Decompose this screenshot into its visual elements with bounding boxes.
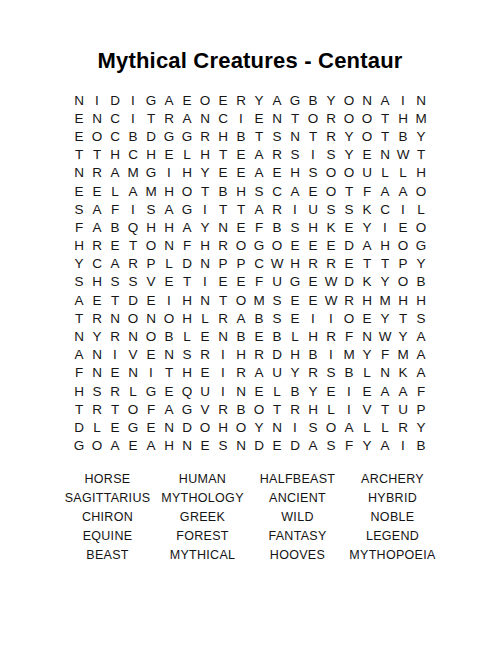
grid-cell-r2c16: O <box>340 109 358 127</box>
grid-cell-r17c17: E <box>358 382 376 400</box>
grid-cell-r4c8: H <box>196 146 214 164</box>
word-halfbeast: HALFBEAST <box>250 469 345 488</box>
grid-cell-r4c11: A <box>250 146 268 164</box>
word-hybrid: HYBRID <box>345 488 440 507</box>
grid-cell-r9c17: A <box>358 237 376 255</box>
grid-cell-r4c10: E <box>232 146 250 164</box>
grid-cell-r3c11: T <box>250 127 268 145</box>
grid-cell-r16c12: U <box>268 364 286 382</box>
grid-cell-r8c20: O <box>412 218 430 236</box>
grid-cell-r1c15: Y <box>322 91 340 109</box>
word-hooves: HOOVES <box>250 545 345 564</box>
grid-cell-r7c15: S <box>322 200 340 218</box>
grid-cell-r16c14: R <box>304 364 322 382</box>
grid-cell-r4c13: S <box>286 146 304 164</box>
grid-cell-r3c9: H <box>214 127 232 145</box>
grid-cell-r12c17: H <box>358 291 376 309</box>
grid-cell-r2c17: O <box>358 109 376 127</box>
grid-cell-r14c20: A <box>412 327 430 345</box>
grid-cell-r14c10: B <box>232 327 250 345</box>
grid-cell-r3c18: T <box>376 127 394 145</box>
grid-cell-r15c12: D <box>268 346 286 364</box>
grid-cell-r3c19: B <box>394 127 412 145</box>
grid-cell-r1c17: N <box>358 91 376 109</box>
word-archery: ARCHERY <box>345 469 440 488</box>
grid-cell-r5c4: M <box>124 164 142 182</box>
grid-cell-r3c6: G <box>160 127 178 145</box>
grid-cell-r1c13: G <box>286 91 304 109</box>
grid-cell-r14c18: W <box>376 327 394 345</box>
grid-cell-r19c13: I <box>286 418 304 436</box>
grid-cell-r19c18: L <box>376 418 394 436</box>
word-search-page: Mythical Creatures - Centaur NIDIGAEOERY… <box>0 0 500 647</box>
grid-cell-r13c8: L <box>196 309 214 327</box>
grid-cell-r6c1: E <box>70 182 88 200</box>
grid-cell-r3c12: S <box>268 127 286 145</box>
word-noble: NOBLE <box>345 507 440 526</box>
grid-cell-r3c15: R <box>322 127 340 145</box>
grid-cell-r3c16: Y <box>340 127 358 145</box>
grid-cell-r9c3: E <box>106 237 124 255</box>
grid-cell-r9c1: H <box>70 237 88 255</box>
grid-cell-r10c1: Y <box>70 255 88 273</box>
grid-cell-r6c13: A <box>286 182 304 200</box>
grid-cell-r7c9: T <box>214 200 232 218</box>
grid-cell-r20c18: A <box>376 437 394 455</box>
grid-cell-r2c12: N <box>268 109 286 127</box>
grid-cell-r11c1: S <box>70 273 88 291</box>
grid-cell-r11c17: K <box>358 273 376 291</box>
word-beast: BEAST <box>60 545 155 564</box>
grid-cell-r20c19: I <box>394 437 412 455</box>
grid-cell-r19c16: A <box>340 418 358 436</box>
grid-cell-r15c8: R <box>196 346 214 364</box>
grid-cell-r12c13: E <box>286 291 304 309</box>
grid-cell-r4c5: H <box>142 146 160 164</box>
grid-cell-r4c20: T <box>412 146 430 164</box>
grid-cell-r1c7: E <box>178 91 196 109</box>
grid-cell-r20c2: O <box>88 437 106 455</box>
grid-cell-r13c15: I <box>322 309 340 327</box>
grid-cell-r16c4: N <box>124 364 142 382</box>
grid-cell-r2c2: N <box>88 109 106 127</box>
grid-cell-r20c20: B <box>412 437 430 455</box>
grid-cell-r16c19: K <box>394 364 412 382</box>
grid-cell-r6c18: A <box>376 182 394 200</box>
grid-cell-r16c20: A <box>412 364 430 382</box>
grid-cell-r4c3: H <box>106 146 124 164</box>
grid-cell-r7c14: U <box>304 200 322 218</box>
grid-cell-r6c5: M <box>142 182 160 200</box>
grid-cell-r1c9: E <box>214 91 232 109</box>
grid-cell-r7c7: G <box>178 200 196 218</box>
grid-cell-r16c3: E <box>106 364 124 382</box>
grid-cell-r19c12: N <box>268 418 286 436</box>
grid-cell-r12c5: E <box>142 291 160 309</box>
grid-cell-r9c12: O <box>268 237 286 255</box>
grid-cell-r14c5: O <box>142 327 160 345</box>
grid-cell-r10c9: P <box>214 255 232 273</box>
grid-cell-r10c7: D <box>178 255 196 273</box>
grid-cell-r5c3: A <box>106 164 124 182</box>
word-list: HORSESAGITTARIUSCHIRONEQUINEBEASTHUMANMY… <box>60 469 440 564</box>
grid-cell-r3c13: N <box>286 127 304 145</box>
grid-cell-r17c12: L <box>268 382 286 400</box>
grid-cell-r13c10: A <box>232 309 250 327</box>
grid-cell-r5c2: R <box>88 164 106 182</box>
grid-cell-r10c17: T <box>358 255 376 273</box>
grid-cell-r20c6: H <box>160 437 178 455</box>
grid-cell-r20c15: S <box>322 437 340 455</box>
grid-cell-r13c2: R <box>88 309 106 327</box>
grid-cell-r7c18: C <box>376 200 394 218</box>
grid-cell-r6c15: O <box>322 182 340 200</box>
grid-cell-r16c8: E <box>196 364 214 382</box>
grid-cell-r2c6: R <box>160 109 178 127</box>
grid-cell-r3c2: O <box>88 127 106 145</box>
grid-cell-r7c5: S <box>142 200 160 218</box>
grid-cell-r7c2: A <box>88 200 106 218</box>
grid-cell-r20c9: S <box>214 437 232 455</box>
grid-cell-r16c5: I <box>142 364 160 382</box>
grid-cell-r20c11: D <box>250 437 268 455</box>
grid-cell-r19c11: Y <box>250 418 268 436</box>
grid-cell-r18c1: T <box>70 400 88 418</box>
grid-cell-r1c4: I <box>124 91 142 109</box>
word-chiron: CHIRON <box>60 507 155 526</box>
word-human: HUMAN <box>155 469 250 488</box>
grid-cell-r3c3: C <box>106 127 124 145</box>
grid-cell-r8c9: N <box>214 218 232 236</box>
grid-cell-r8c19: E <box>394 218 412 236</box>
grid-cell-r5c14: S <box>304 164 322 182</box>
grid-cell-r18c19: U <box>394 400 412 418</box>
grid-cell-r10c19: P <box>394 255 412 273</box>
grid-cell-r15c4: V <box>124 346 142 364</box>
grid-cell-r19c4: G <box>124 418 142 436</box>
grid-cell-r1c20: N <box>412 91 430 109</box>
grid-cell-r18c4: O <box>124 400 142 418</box>
grid-cell-r18c15: L <box>322 400 340 418</box>
grid-cell-r6c17: F <box>358 182 376 200</box>
grid-cell-r12c18: M <box>376 291 394 309</box>
grid-cell-r17c6: E <box>160 382 178 400</box>
grid-cell-r18c18: T <box>376 400 394 418</box>
grid-cell-r16c16: B <box>340 364 358 382</box>
grid-cell-r4c16: Y <box>340 146 358 164</box>
grid-cell-r15c19: M <box>394 346 412 364</box>
grid-cell-r8c6: H <box>160 218 178 236</box>
grid-cell-r15c6: N <box>160 346 178 364</box>
grid-cell-r17c15: E <box>322 382 340 400</box>
grid-cell-r16c15: S <box>322 364 340 382</box>
grid-cell-r19c6: N <box>160 418 178 436</box>
grid-cell-r10c12: W <box>268 255 286 273</box>
grid-cell-r5c10: E <box>232 164 250 182</box>
grid-cell-r11c14: E <box>304 273 322 291</box>
grid-cell-r5c15: O <box>322 164 340 182</box>
grid-cell-r6c3: L <box>106 182 124 200</box>
grid-cell-r8c2: A <box>88 218 106 236</box>
grid-cell-r1c14: B <box>304 91 322 109</box>
grid-cell-r7c20: L <box>412 200 430 218</box>
grid-cell-r18c11: O <box>250 400 268 418</box>
grid-cell-r2c4: I <box>124 109 142 127</box>
grid-cell-r20c1: G <box>70 437 88 455</box>
grid-cell-r16c11: A <box>250 364 268 382</box>
word-sagittarius: SAGITTARIUS <box>60 488 155 507</box>
grid-cell-r20c17: Y <box>358 437 376 455</box>
grid-cell-r19c20: Y <box>412 418 430 436</box>
grid-cell-r7c17: K <box>358 200 376 218</box>
grid-cell-r10c15: R <box>322 255 340 273</box>
grid-cell-r5c8: Y <box>196 164 214 182</box>
grid-cell-r1c3: D <box>106 91 124 109</box>
grid-cell-r18c17: V <box>358 400 376 418</box>
grid-cell-r13c12: S <box>268 309 286 327</box>
grid-cell-r17c5: G <box>142 382 160 400</box>
grid-cell-r5c5: G <box>142 164 160 182</box>
grid-cell-r2c5: T <box>142 109 160 127</box>
grid-cell-r5c9: E <box>214 164 232 182</box>
grid-cell-r12c16: R <box>340 291 358 309</box>
grid-cell-r19c2: L <box>88 418 106 436</box>
grid-cell-r1c6: A <box>160 91 178 109</box>
grid-cell-r15c20: A <box>412 346 430 364</box>
grid-cell-r11c9: E <box>214 273 232 291</box>
grid-cell-r20c5: A <box>142 437 160 455</box>
grid-cell-r12c20: H <box>412 291 430 309</box>
grid-cell-r8c8: Y <box>196 218 214 236</box>
grid-cell-r14c11: E <box>250 327 268 345</box>
grid-cell-r14c6: B <box>160 327 178 345</box>
grid-cell-r2c8: N <box>196 109 214 127</box>
word-wild: WILD <box>250 507 345 526</box>
grid-cell-r14c19: Y <box>394 327 412 345</box>
grid-cell-r3c17: O <box>358 127 376 145</box>
grid-cell-r16c6: T <box>160 364 178 382</box>
grid-cell-r13c6: O <box>160 309 178 327</box>
grid-cell-r1c5: G <box>142 91 160 109</box>
grid-cell-r12c19: H <box>394 291 412 309</box>
grid-cell-r10c14: R <box>304 255 322 273</box>
grid-cell-r19c1: D <box>70 418 88 436</box>
grid-cell-r14c2: Y <box>88 327 106 345</box>
grid-cell-r10c11: C <box>250 255 268 273</box>
word-forest: FOREST <box>155 526 250 545</box>
grid-cell-r20c7: N <box>178 437 196 455</box>
grid-cell-r2c13: T <box>286 109 304 127</box>
grid-cell-r1c12: A <box>268 91 286 109</box>
grid-cell-r13c5: N <box>142 309 160 327</box>
grid-cell-r4c12: R <box>268 146 286 164</box>
grid-cell-r9c15: E <box>322 237 340 255</box>
grid-cell-r17c16: I <box>340 382 358 400</box>
grid-cell-r19c3: E <box>106 418 124 436</box>
grid-cell-r10c3: A <box>106 255 124 273</box>
grid-cell-r13c3: N <box>106 309 124 327</box>
grid-cell-r14c4: N <box>124 327 142 345</box>
grid-cell-r5c11: A <box>250 164 268 182</box>
grid-cell-r12c8: N <box>196 291 214 309</box>
grid-cell-r11c20: B <box>412 273 430 291</box>
grid-cell-r10c20: Y <box>412 255 430 273</box>
grid-cell-r14c15: R <box>322 327 340 345</box>
grid-cell-r8c3: B <box>106 218 124 236</box>
grid-cell-r9c16: D <box>340 237 358 255</box>
grid-cell-r10c4: R <box>124 255 142 273</box>
grid-cell-r18c2: R <box>88 400 106 418</box>
word-mythology: MYTHOLOGY <box>155 488 250 507</box>
grid-cell-r7c16: S <box>340 200 358 218</box>
grid-cell-r17c11: E <box>250 382 268 400</box>
grid-cell-r12c7: H <box>178 291 196 309</box>
grid-cell-r9c18: H <box>376 237 394 255</box>
grid-cell-r17c2: S <box>88 382 106 400</box>
grid-cell-r19c9: H <box>214 418 232 436</box>
grid-cell-r19c10: O <box>232 418 250 436</box>
grid-cell-r16c9: I <box>214 364 232 382</box>
grid-cell-r18c5: F <box>142 400 160 418</box>
grid-cell-r7c4: I <box>124 200 142 218</box>
grid-cell-r5c20: H <box>412 164 430 182</box>
grid-cell-r1c19: I <box>394 91 412 109</box>
grid-cell-r17c13: B <box>286 382 304 400</box>
grid-cell-r2c9: C <box>214 109 232 127</box>
word-mythopoeia: MYTHOPOEIA <box>345 545 440 564</box>
grid-cell-r15c10: H <box>232 346 250 364</box>
grid-cell-r13c18: Y <box>376 309 394 327</box>
grid-cell-r8c16: E <box>340 218 358 236</box>
grid-cell-r5c6: I <box>160 164 178 182</box>
grid-cell-r11c13: G <box>286 273 304 291</box>
grid-cell-r1c10: R <box>232 91 250 109</box>
grid-cell-r11c8: I <box>196 273 214 291</box>
grid-cell-r5c17: U <box>358 164 376 182</box>
grid-cell-r4c19: W <box>394 146 412 164</box>
grid-cell-r20c12: E <box>268 437 286 455</box>
grid-cell-r4c17: E <box>358 146 376 164</box>
grid-cell-r19c8: O <box>196 418 214 436</box>
grid-cell-r17c18: A <box>376 382 394 400</box>
grid-cell-r6c10: H <box>232 182 250 200</box>
grid-cell-r11c2: H <box>88 273 106 291</box>
grid-cell-r9c2: R <box>88 237 106 255</box>
grid-cell-r13c11: B <box>250 309 268 327</box>
grid-cell-r11c6: E <box>160 273 178 291</box>
grid-cell-r6c6: H <box>160 182 178 200</box>
grid-cell-r14c13: L <box>286 327 304 345</box>
grid-cell-r11c4: S <box>124 273 142 291</box>
grid-cell-r4c1: T <box>70 146 88 164</box>
grid-cell-r3c14: T <box>304 127 322 145</box>
grid-cell-r15c14: B <box>304 346 322 364</box>
grid-cell-r3c7: G <box>178 127 196 145</box>
grid-cell-r8c4: Q <box>124 218 142 236</box>
grid-cell-r9c11: G <box>250 237 268 255</box>
grid-cell-r4c7: L <box>178 146 196 164</box>
grid-cell-r13c16: O <box>340 309 358 327</box>
grid-cell-r1c18: A <box>376 91 394 109</box>
grid-cell-r12c15: W <box>322 291 340 309</box>
grid-cell-r10c18: T <box>376 255 394 273</box>
grid-cell-r7c13: I <box>286 200 304 218</box>
grid-cell-r15c16: M <box>340 346 358 364</box>
grid-cell-r10c8: N <box>196 255 214 273</box>
grid-cell-r18c9: R <box>214 400 232 418</box>
grid-cell-r6c20: O <box>412 182 430 200</box>
grid-cell-r5c7: H <box>178 164 196 182</box>
grid-cell-r9c8: H <box>196 237 214 255</box>
grid-cell-r7c3: F <box>106 200 124 218</box>
grid-cell-r13c9: R <box>214 309 232 327</box>
grid-cell-r4c6: E <box>160 146 178 164</box>
grid-cell-r18c12: T <box>268 400 286 418</box>
grid-cell-r8c15: K <box>322 218 340 236</box>
grid-cell-r11c18: Y <box>376 273 394 291</box>
grid-cell-r15c2: N <box>88 346 106 364</box>
grid-cell-r15c13: H <box>286 346 304 364</box>
grid-cell-r20c14: A <box>304 437 322 455</box>
grid-cell-r2c20: M <box>412 109 430 127</box>
grid-cell-r7c10: T <box>232 200 250 218</box>
grid-cell-r19c5: E <box>142 418 160 436</box>
word-fantasy: FANTASY <box>250 526 345 545</box>
word-horse: HORSE <box>60 469 155 488</box>
grid-cell-r2c11: E <box>250 109 268 127</box>
grid-cell-r6c14: E <box>304 182 322 200</box>
grid-cell-r15c1: A <box>70 346 88 364</box>
grid-cell-r3c10: B <box>232 127 250 145</box>
grid-cell-r17c14: Y <box>304 382 322 400</box>
grid-cell-r2c18: T <box>376 109 394 127</box>
grid-cell-r9c4: T <box>124 237 142 255</box>
grid-cell-r9c6: N <box>160 237 178 255</box>
grid-cell-r16c10: R <box>232 364 250 382</box>
grid-cell-r4c2: T <box>88 146 106 164</box>
grid-cell-r19c14: S <box>304 418 322 436</box>
grid-cell-r2c19: H <box>394 109 412 127</box>
grid-cell-r9c5: O <box>142 237 160 255</box>
grid-cell-r11c12: U <box>268 273 286 291</box>
grid-cell-r15c17: Y <box>358 346 376 364</box>
grid-cell-r1c8: O <box>196 91 214 109</box>
grid-cell-r13c1: T <box>70 309 88 327</box>
grid-cell-r4c14: I <box>304 146 322 164</box>
grid-cell-r14c16: F <box>340 327 358 345</box>
grid-cell-r8c7: A <box>178 218 196 236</box>
grid-cell-r3c20: Y <box>412 127 430 145</box>
grid-cell-r18c7: G <box>178 400 196 418</box>
grid-cell-r8c11: F <box>250 218 268 236</box>
grid-cell-r14c8: E <box>196 327 214 345</box>
grid-cell-r17c3: R <box>106 382 124 400</box>
grid-cell-r12c2: E <box>88 291 106 309</box>
grid-cell-r17c10: N <box>232 382 250 400</box>
grid-cell-r11c19: O <box>394 273 412 291</box>
grid-cell-r8c18: I <box>376 218 394 236</box>
grid-cell-r12c12: S <box>268 291 286 309</box>
grid-cell-r4c15: S <box>322 146 340 164</box>
grid-cell-r19c19: R <box>394 418 412 436</box>
grid-cell-r11c5: V <box>142 273 160 291</box>
grid-cell-r14c3: R <box>106 327 124 345</box>
grid-cell-r6c7: O <box>178 182 196 200</box>
grid-cell-r18c10: B <box>232 400 250 418</box>
grid-cell-r14c17: N <box>358 327 376 345</box>
grid-cell-r3c4: B <box>124 127 142 145</box>
grid-cell-r15c9: I <box>214 346 232 364</box>
